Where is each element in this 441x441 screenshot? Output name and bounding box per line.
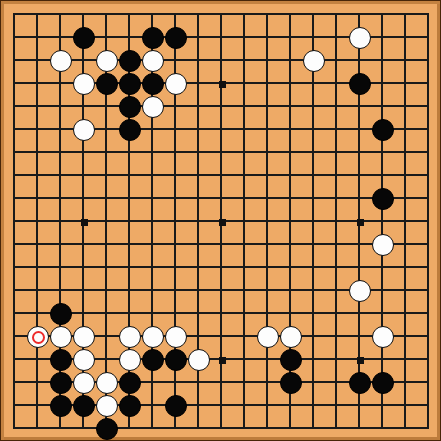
white-stone [349, 280, 371, 302]
black-stone [96, 73, 118, 95]
white-stone [73, 372, 95, 394]
white-stone [142, 96, 164, 118]
black-stone [119, 395, 141, 417]
black-stone [165, 27, 187, 49]
black-stone [119, 96, 141, 118]
white-stone [119, 349, 141, 371]
black-stone [119, 73, 141, 95]
star-point [219, 219, 226, 226]
black-stone [119, 119, 141, 141]
star-point [357, 219, 364, 226]
black-stone [372, 188, 394, 210]
black-stone [142, 73, 164, 95]
white-stone [119, 326, 141, 348]
white-stone [73, 349, 95, 371]
black-stone [349, 73, 371, 95]
black-stone [280, 372, 302, 394]
white-stone [257, 326, 279, 348]
black-stone [165, 395, 187, 417]
black-stone [142, 27, 164, 49]
white-stone [280, 326, 302, 348]
star-point [357, 357, 364, 364]
black-stone [119, 50, 141, 72]
black-stone [165, 349, 187, 371]
white-stone [165, 73, 187, 95]
white-stone [73, 73, 95, 95]
white-stone [73, 326, 95, 348]
white-stone [165, 326, 187, 348]
star-point [219, 81, 226, 88]
white-stone [142, 50, 164, 72]
white-stone [96, 372, 118, 394]
white-stone-last-move [27, 326, 49, 348]
white-stone [96, 395, 118, 417]
white-stone [349, 27, 371, 49]
black-stone [349, 372, 371, 394]
star-point [81, 219, 88, 226]
white-stone [73, 119, 95, 141]
black-stone [119, 372, 141, 394]
black-stone [50, 372, 72, 394]
white-stone [142, 326, 164, 348]
white-stone [303, 50, 325, 72]
black-stone [142, 349, 164, 371]
black-stone [50, 303, 72, 325]
white-stone [50, 326, 72, 348]
white-stone [96, 50, 118, 72]
black-stone [372, 119, 394, 141]
black-stone [96, 418, 118, 440]
go-board [0, 0, 441, 441]
white-stone [50, 50, 72, 72]
black-stone [50, 395, 72, 417]
white-stone [372, 326, 394, 348]
black-stone [73, 395, 95, 417]
white-stone [372, 234, 394, 256]
black-stone [73, 27, 95, 49]
black-stone [372, 372, 394, 394]
white-stone [188, 349, 210, 371]
star-point [219, 357, 226, 364]
black-stone [50, 349, 72, 371]
last-move-circle-mark [32, 331, 45, 344]
black-stone [280, 349, 302, 371]
